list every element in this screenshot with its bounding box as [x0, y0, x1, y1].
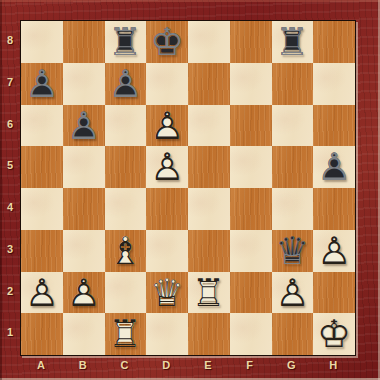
- white-pawn[interactable]: ♟♙: [21, 272, 63, 314]
- square-d4[interactable]: [146, 188, 188, 230]
- black-pawn-fill-glyph: ♟: [313, 146, 355, 188]
- rank-label-1: 1: [0, 312, 20, 354]
- square-a8[interactable]: [21, 21, 63, 63]
- square-c6[interactable]: [105, 105, 147, 147]
- square-a5[interactable]: [21, 146, 63, 188]
- black-queen-fill-glyph: ♛: [272, 230, 314, 272]
- black-pawn[interactable]: ♟♙: [63, 105, 105, 147]
- square-g3[interactable]: ♛♕: [272, 230, 314, 272]
- white-pawn-outline-glyph: ♙: [146, 105, 188, 147]
- rank-label-2: 2: [0, 271, 20, 313]
- square-f5[interactable]: [230, 146, 272, 188]
- square-d5[interactable]: ♟♙: [146, 146, 188, 188]
- square-g2[interactable]: ♟♙: [272, 272, 314, 314]
- black-rook-fill-glyph: ♜: [272, 21, 314, 63]
- square-b3[interactable]: [63, 230, 105, 272]
- square-a4[interactable]: [21, 188, 63, 230]
- white-pawn-fill-glyph: ♟: [63, 272, 105, 314]
- black-rook[interactable]: ♜♖: [105, 21, 147, 63]
- square-f4[interactable]: [230, 188, 272, 230]
- white-pawn-fill-glyph: ♟: [146, 105, 188, 147]
- file-label-e: E: [187, 356, 229, 376]
- white-pawn[interactable]: ♟♙: [146, 146, 188, 188]
- square-e7[interactable]: [188, 63, 230, 105]
- file-label-d: D: [145, 356, 187, 376]
- square-b1[interactable]: [63, 313, 105, 355]
- black-pawn-outline-glyph: ♙: [105, 63, 147, 105]
- white-king-fill-glyph: ♚: [313, 313, 355, 355]
- square-g7[interactable]: [272, 63, 314, 105]
- square-e3[interactable]: [188, 230, 230, 272]
- white-pawn[interactable]: ♟♙: [146, 105, 188, 147]
- white-pawn-outline-glyph: ♙: [313, 230, 355, 272]
- square-g5[interactable]: [272, 146, 314, 188]
- square-h8[interactable]: [313, 21, 355, 63]
- black-pawn-outline-glyph: ♙: [313, 146, 355, 188]
- file-label-h: H: [312, 356, 354, 376]
- white-pawn-outline-glyph: ♙: [21, 272, 63, 314]
- square-d1[interactable]: [146, 313, 188, 355]
- square-h6[interactable]: [313, 105, 355, 147]
- square-b7[interactable]: [63, 63, 105, 105]
- black-rook-fill-glyph: ♜: [105, 21, 147, 63]
- rank-label-8: 8: [0, 20, 20, 62]
- white-rook-fill-glyph: ♜: [188, 272, 230, 314]
- white-queen-fill-glyph: ♛: [146, 272, 188, 314]
- file-label-b: B: [62, 356, 104, 376]
- black-queen[interactable]: ♛♕: [272, 230, 314, 272]
- square-c2[interactable]: [105, 272, 147, 314]
- square-e2[interactable]: ♜♖: [188, 272, 230, 314]
- black-king[interactable]: ♚♔: [146, 21, 188, 63]
- white-queen-outline-glyph: ♕: [146, 272, 188, 314]
- white-king-outline-glyph: ♔: [313, 313, 355, 355]
- square-c1[interactable]: ♜♖: [105, 313, 147, 355]
- square-e4[interactable]: [188, 188, 230, 230]
- square-b5[interactable]: [63, 146, 105, 188]
- square-a6[interactable]: [21, 105, 63, 147]
- square-h5[interactable]: ♟♙: [313, 146, 355, 188]
- square-a3[interactable]: [21, 230, 63, 272]
- white-bishop[interactable]: ♝♗: [105, 230, 147, 272]
- square-f6[interactable]: [230, 105, 272, 147]
- square-d6[interactable]: ♟♙: [146, 105, 188, 147]
- white-bishop-fill-glyph: ♝: [105, 230, 147, 272]
- square-f1[interactable]: [230, 313, 272, 355]
- rank-labels: 87654321: [0, 20, 20, 354]
- black-rook[interactable]: ♜♖: [272, 21, 314, 63]
- white-pawn[interactable]: ♟♙: [313, 230, 355, 272]
- square-c4[interactable]: [105, 188, 147, 230]
- square-g4[interactable]: [272, 188, 314, 230]
- white-pawn-fill-glyph: ♟: [146, 146, 188, 188]
- square-h7[interactable]: [313, 63, 355, 105]
- rank-label-4: 4: [0, 187, 20, 229]
- chess-board: ♜♖♚♔♜♖♟♙♟♙♟♙♟♙♟♙♟♙♝♗♛♕♟♙♟♙♟♙♛♕♜♖♟♙♜♖♚♔: [20, 20, 356, 356]
- square-b8[interactable]: [63, 21, 105, 63]
- square-c7[interactable]: ♟♙: [105, 63, 147, 105]
- square-g8[interactable]: ♜♖: [272, 21, 314, 63]
- black-queen-outline-glyph: ♕: [272, 230, 314, 272]
- black-pawn-fill-glyph: ♟: [105, 63, 147, 105]
- rank-label-6: 6: [0, 104, 20, 146]
- black-pawn[interactable]: ♟♙: [313, 146, 355, 188]
- white-rook[interactable]: ♜♖: [188, 272, 230, 314]
- square-e8[interactable]: [188, 21, 230, 63]
- square-f8[interactable]: [230, 21, 272, 63]
- white-pawn-fill-glyph: ♟: [21, 272, 63, 314]
- square-e1[interactable]: [188, 313, 230, 355]
- white-bishop-outline-glyph: ♗: [105, 230, 147, 272]
- square-e5[interactable]: [188, 146, 230, 188]
- black-pawn-fill-glyph: ♟: [63, 105, 105, 147]
- board-frame: 87654321 ♜♖♚♔♜♖♟♙♟♙♟♙♟♙♟♙♟♙♝♗♛♕♟♙♟♙♟♙♛♕♜…: [0, 0, 380, 380]
- white-rook-fill-glyph: ♜: [105, 313, 147, 355]
- square-b2[interactable]: ♟♙: [63, 272, 105, 314]
- black-pawn-fill-glyph: ♟: [21, 63, 63, 105]
- rank-label-5: 5: [0, 145, 20, 187]
- square-f2[interactable]: [230, 272, 272, 314]
- white-queen[interactable]: ♛♕: [146, 272, 188, 314]
- square-h2[interactable]: [313, 272, 355, 314]
- file-label-f: F: [229, 356, 271, 376]
- file-label-a: A: [20, 356, 62, 376]
- square-b4[interactable]: [63, 188, 105, 230]
- square-c5[interactable]: [105, 146, 147, 188]
- square-d3[interactable]: [146, 230, 188, 272]
- square-a1[interactable]: [21, 313, 63, 355]
- rank-label-7: 7: [0, 62, 20, 104]
- square-a2[interactable]: ♟♙: [21, 272, 63, 314]
- square-f3[interactable]: [230, 230, 272, 272]
- file-labels: ABCDEFGH: [20, 356, 354, 376]
- square-e6[interactable]: [188, 105, 230, 147]
- square-d7[interactable]: [146, 63, 188, 105]
- square-d8[interactable]: ♚♔: [146, 21, 188, 63]
- black-king-outline-glyph: ♔: [146, 21, 188, 63]
- white-pawn-outline-glyph: ♙: [63, 272, 105, 314]
- file-label-g: G: [271, 356, 313, 376]
- white-rook-outline-glyph: ♖: [105, 313, 147, 355]
- white-king[interactable]: ♚♔: [313, 313, 355, 355]
- white-rook[interactable]: ♜♖: [105, 313, 147, 355]
- black-pawn[interactable]: ♟♙: [21, 63, 63, 105]
- white-pawn-outline-glyph: ♙: [272, 272, 314, 314]
- black-pawn-outline-glyph: ♙: [21, 63, 63, 105]
- square-g6[interactable]: [272, 105, 314, 147]
- square-f7[interactable]: [230, 63, 272, 105]
- black-pawn[interactable]: ♟♙: [105, 63, 147, 105]
- square-a7[interactable]: ♟♙: [21, 63, 63, 105]
- square-h1[interactable]: ♚♔: [313, 313, 355, 355]
- square-c3[interactable]: ♝♗: [105, 230, 147, 272]
- white-pawn-fill-glyph: ♟: [272, 272, 314, 314]
- square-d2[interactable]: ♛♕: [146, 272, 188, 314]
- white-pawn[interactable]: ♟♙: [272, 272, 314, 314]
- black-king-fill-glyph: ♚: [146, 21, 188, 63]
- file-label-c: C: [104, 356, 146, 376]
- black-pawn-outline-glyph: ♙: [63, 105, 105, 147]
- square-h3[interactable]: ♟♙: [313, 230, 355, 272]
- white-pawn-fill-glyph: ♟: [313, 230, 355, 272]
- square-g1[interactable]: [272, 313, 314, 355]
- square-b6[interactable]: ♟♙: [63, 105, 105, 147]
- white-pawn[interactable]: ♟♙: [63, 272, 105, 314]
- rank-label-3: 3: [0, 229, 20, 271]
- square-c8[interactable]: ♜♖: [105, 21, 147, 63]
- black-rook-outline-glyph: ♖: [105, 21, 147, 63]
- white-rook-outline-glyph: ♖: [188, 272, 230, 314]
- white-pawn-outline-glyph: ♙: [146, 146, 188, 188]
- black-rook-outline-glyph: ♖: [272, 21, 314, 63]
- square-h4[interactable]: [313, 188, 355, 230]
